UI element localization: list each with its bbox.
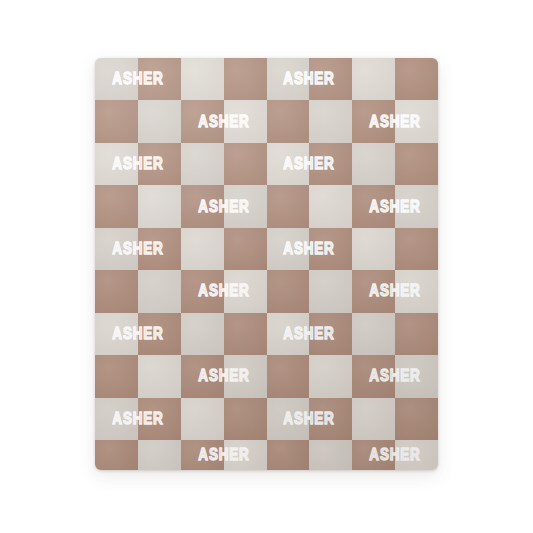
board-square-r9c1-cream <box>95 398 138 440</box>
board-square-r9c8-brown <box>395 398 438 440</box>
board-square-r1c7-cream <box>352 58 395 100</box>
board-square-r1c5-cream <box>267 58 310 100</box>
board-square-r7c1-cream <box>95 313 138 355</box>
board-square-r4c1-brown <box>95 185 138 227</box>
board-square-r10c2-cream <box>138 440 181 470</box>
board-square-r7c4-brown <box>224 313 267 355</box>
board-square-r5c1-cream <box>95 228 138 270</box>
board-square-r4c4-cream <box>224 185 267 227</box>
board-square-r5c4-brown <box>224 228 267 270</box>
board-square-r7c5-cream <box>267 313 310 355</box>
board-square-r5c3-cream <box>181 228 224 270</box>
board-square-r8c7-brown <box>352 355 395 397</box>
board-square-r3c1-cream <box>95 143 138 185</box>
board-square-r8c6-cream <box>309 355 352 397</box>
board-square-r10c1-brown <box>95 440 138 470</box>
board-square-r4c6-cream <box>309 185 352 227</box>
board-square-r6c7-brown <box>352 270 395 312</box>
board-square-r8c8-cream <box>395 355 438 397</box>
board-square-r10c8-cream <box>395 440 438 470</box>
board-square-r5c2-brown <box>138 228 181 270</box>
board-square-r9c5-cream <box>267 398 310 440</box>
board-square-r6c4-cream <box>224 270 267 312</box>
board-square-r6c6-cream <box>309 270 352 312</box>
board-square-r3c2-brown <box>138 143 181 185</box>
board-square-r2c6-cream <box>309 100 352 142</box>
board-square-r9c6-brown <box>309 398 352 440</box>
board-square-r10c7-brown <box>352 440 395 470</box>
board-square-r9c4-brown <box>224 398 267 440</box>
board-square-r2c2-cream <box>138 100 181 142</box>
board-square-r1c6-brown <box>309 58 352 100</box>
checkerboard-name-blanket: ASHERASHERASHERASHERASHERASHERASHERASHER… <box>95 58 438 470</box>
board-square-r2c1-brown <box>95 100 138 142</box>
board-square-r4c3-brown <box>181 185 224 227</box>
board-square-r2c4-cream <box>224 100 267 142</box>
board-square-r10c6-cream <box>309 440 352 470</box>
board-square-r7c3-cream <box>181 313 224 355</box>
board-square-r7c2-brown <box>138 313 181 355</box>
board-square-r6c3-brown <box>181 270 224 312</box>
board-square-r3c4-brown <box>224 143 267 185</box>
board-square-r3c5-cream <box>267 143 310 185</box>
board-square-r9c2-brown <box>138 398 181 440</box>
board-square-r3c3-cream <box>181 143 224 185</box>
board-square-r6c1-brown <box>95 270 138 312</box>
board-square-r1c3-cream <box>181 58 224 100</box>
board-square-r6c2-cream <box>138 270 181 312</box>
board-square-r8c4-cream <box>224 355 267 397</box>
board-square-r10c3-brown <box>181 440 224 470</box>
checkerboard-grid <box>95 58 438 470</box>
board-square-r9c7-cream <box>352 398 395 440</box>
board-square-r8c3-brown <box>181 355 224 397</box>
board-square-r5c8-brown <box>395 228 438 270</box>
board-square-r3c8-brown <box>395 143 438 185</box>
board-square-r7c6-brown <box>309 313 352 355</box>
board-square-r6c8-cream <box>395 270 438 312</box>
board-square-r10c4-cream <box>224 440 267 470</box>
board-square-r4c7-brown <box>352 185 395 227</box>
board-square-r6c5-brown <box>267 270 310 312</box>
board-square-r2c3-brown <box>181 100 224 142</box>
board-square-r2c8-cream <box>395 100 438 142</box>
board-square-r5c7-cream <box>352 228 395 270</box>
product-photo-stage: ASHERASHERASHERASHERASHERASHERASHERASHER… <box>0 0 533 533</box>
board-square-r8c2-cream <box>138 355 181 397</box>
board-square-r8c1-brown <box>95 355 138 397</box>
board-square-r4c8-cream <box>395 185 438 227</box>
board-square-r1c8-brown <box>395 58 438 100</box>
board-square-r4c5-brown <box>267 185 310 227</box>
board-square-r5c6-brown <box>309 228 352 270</box>
board-square-r1c1-cream <box>95 58 138 100</box>
board-square-r10c5-brown <box>267 440 310 470</box>
board-square-r2c7-brown <box>352 100 395 142</box>
board-square-r2c5-brown <box>267 100 310 142</box>
board-square-r4c2-cream <box>138 185 181 227</box>
board-square-r9c3-cream <box>181 398 224 440</box>
board-square-r8c5-brown <box>267 355 310 397</box>
board-square-r7c7-cream <box>352 313 395 355</box>
board-square-r3c6-brown <box>309 143 352 185</box>
board-square-r1c4-brown <box>224 58 267 100</box>
board-square-r5c5-cream <box>267 228 310 270</box>
board-square-r7c8-brown <box>395 313 438 355</box>
board-square-r1c2-brown <box>138 58 181 100</box>
board-square-r3c7-cream <box>352 143 395 185</box>
